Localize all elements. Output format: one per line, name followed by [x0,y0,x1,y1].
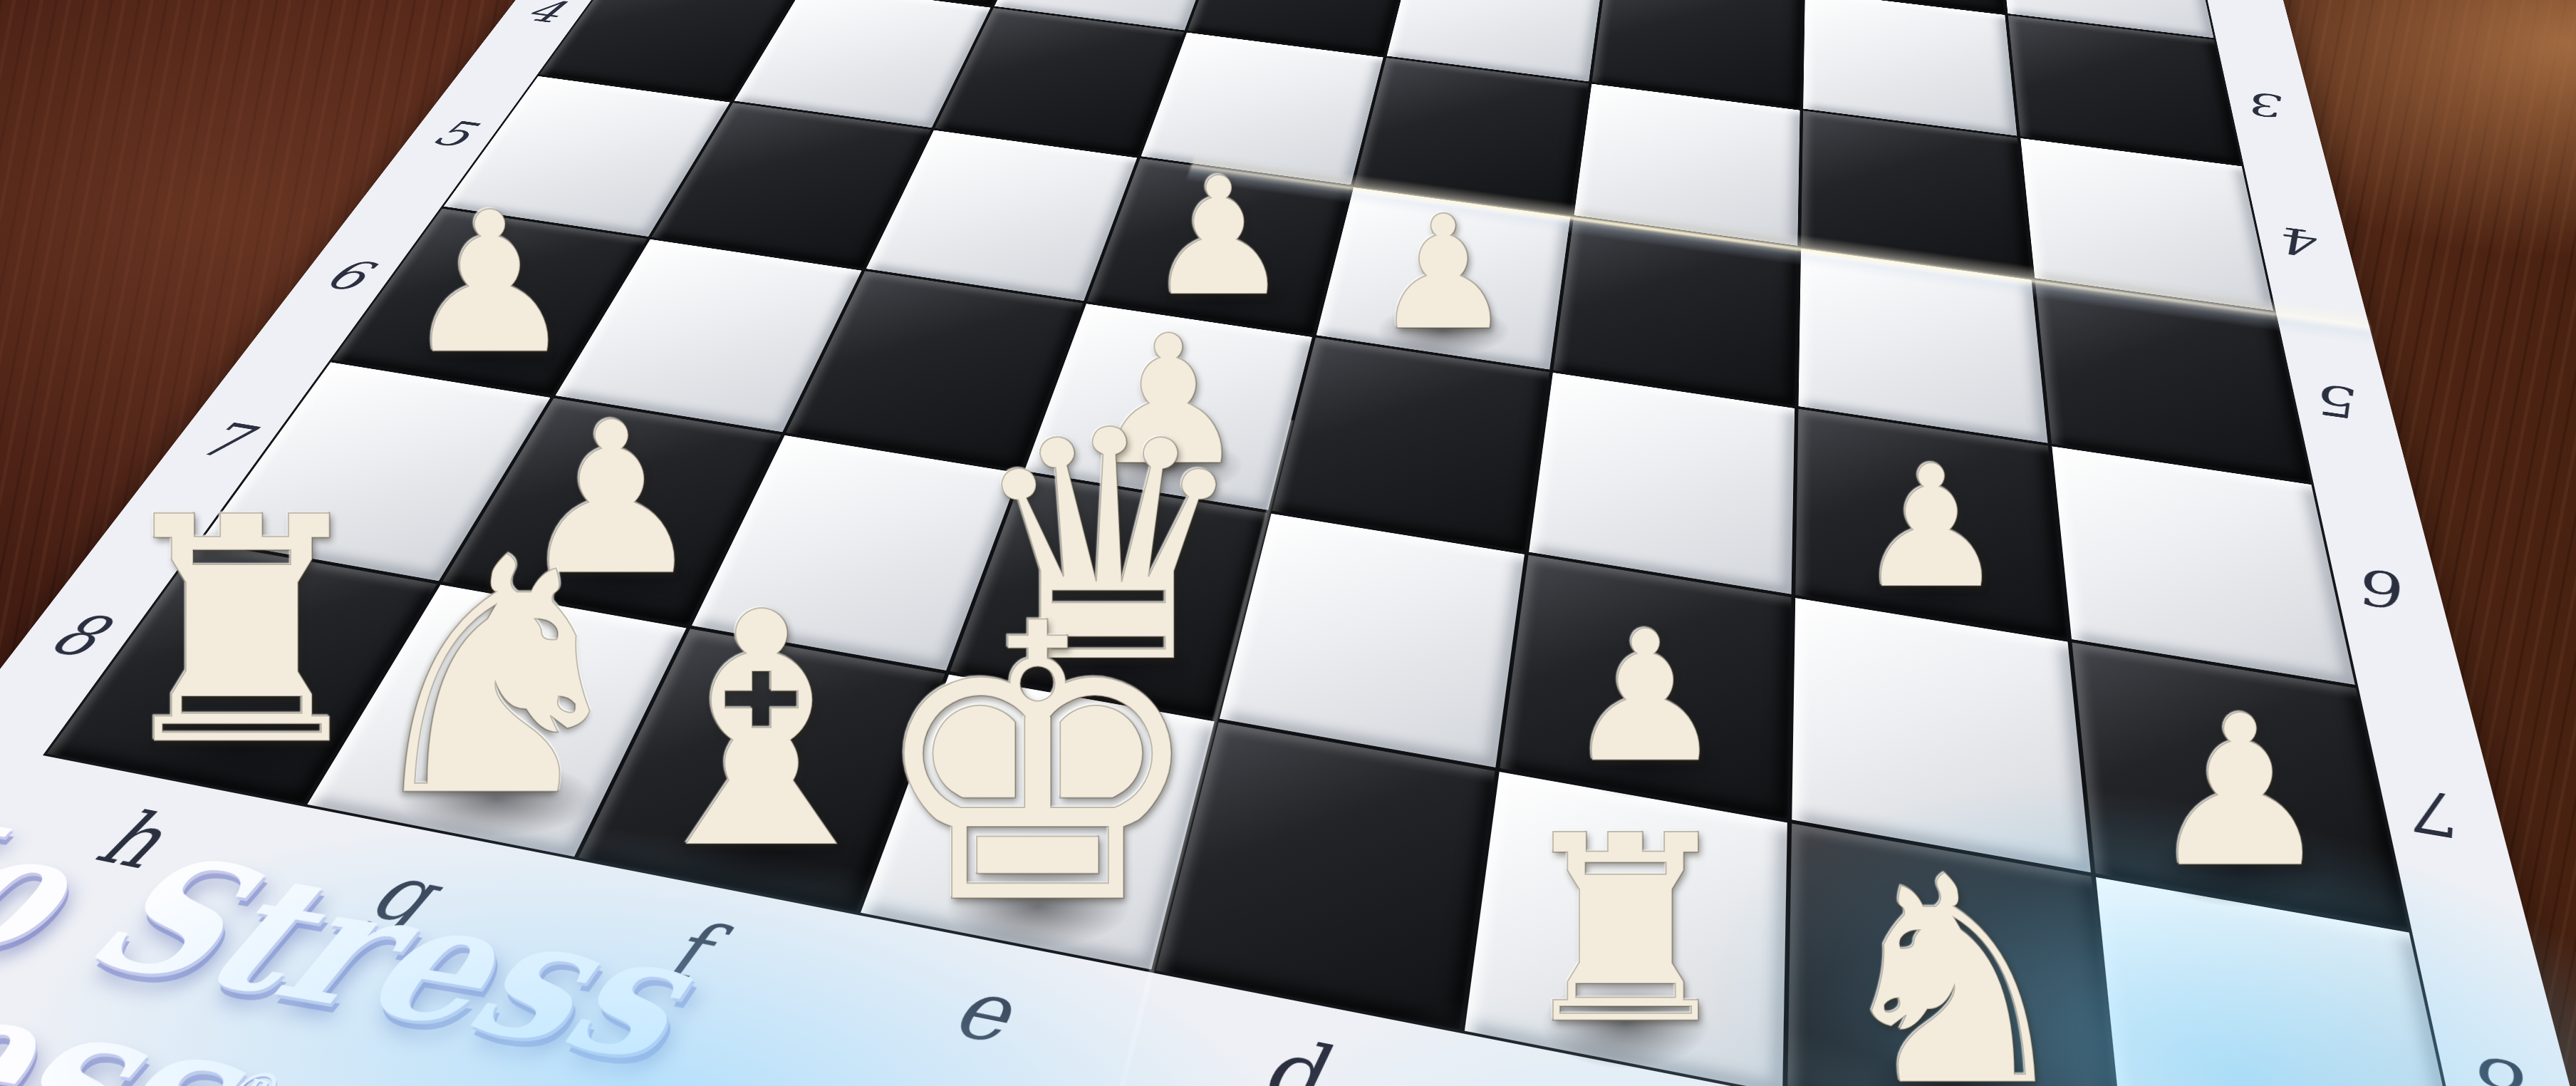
piece-white-pawn-a7[interactable]: ♟ [2146,688,2333,896]
piece-white-pawn-d5[interactable]: ♟ [1373,195,1514,352]
piece-white-rook-c8[interactable]: ♜ [1510,802,1742,1060]
piece-white-pawn-e5[interactable]: ♟ [1146,156,1292,319]
piece-white-bishop-f8[interactable]: ♝ [617,571,906,894]
chess-photo-scene: 1122334455667788hgfedcba No Stress Chess… [0,0,2576,1086]
piece-white-king-e8[interactable]: ♚ [866,574,1209,956]
piece-white-pawn-c7[interactable]: ♟ [1564,607,1726,788]
piece-white-pawn-h6[interactable]: ♟ [402,186,577,381]
piece-white-knight-g8[interactable]: ♞ [350,515,643,841]
piece-white-pawn-b6[interactable]: ♟ [1856,444,2008,613]
piece-white-knight-b8[interactable]: ♞ [1825,840,2082,1086]
pieces-layer: ♜♞♝♚♜♞♛♟♟♟♟♟♟♟♟ [0,0,2576,1086]
piece-white-rook-h8[interactable]: ♜ [102,477,381,789]
